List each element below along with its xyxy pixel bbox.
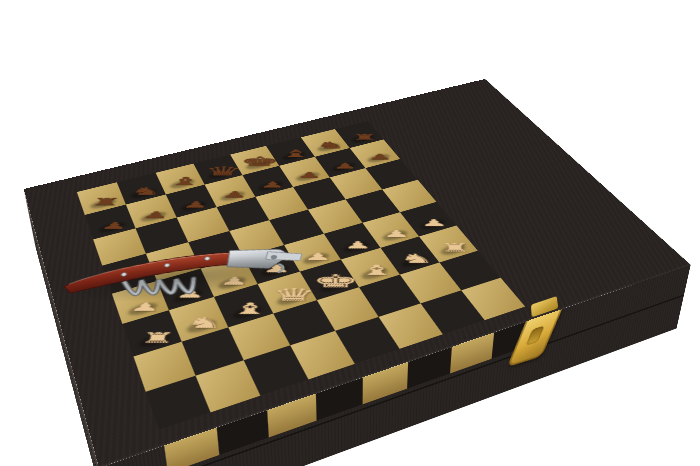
square-f2 (359, 275, 421, 317)
piece-glyph: ♟ (339, 153, 421, 160)
piece-shadow (399, 254, 429, 269)
square-d2 (273, 300, 335, 345)
piece-light-bishop-f3: ♝ (341, 248, 400, 287)
piece-glyph: ♞ (101, 186, 190, 196)
piece-glyph: ♟ (312, 241, 405, 250)
square-f3 (341, 248, 400, 287)
square-g2 (400, 262, 461, 303)
square-c1 (244, 345, 309, 395)
product-photo-scene: ♜♞♝♛♚♝♞♜♟♟♟♟♟♟♟♟♟♟♟♟♟♟♟♟♜♞♝♛♚♝♞♜ (0, 0, 700, 466)
piece-glyph: ♟ (304, 162, 387, 169)
piece-shadow (231, 304, 263, 321)
piece-shadow (318, 278, 349, 294)
piece-glyph: ♟ (151, 201, 240, 209)
square-f1 (379, 303, 443, 349)
piece-glyph: ♟ (110, 211, 201, 220)
piece-glyph: ♝ (329, 264, 425, 277)
piece-glyph: ♟ (267, 172, 351, 180)
square-b2 (182, 327, 244, 375)
piece-glyph: ♜ (408, 242, 502, 253)
square-h1 (461, 278, 525, 321)
square-a1 (146, 376, 211, 430)
square-g1 (421, 290, 485, 334)
piece-glyph: ♟ (230, 181, 316, 189)
square-c2 (228, 314, 290, 361)
piece-shadow (138, 331, 171, 349)
piece-shadow (185, 317, 218, 335)
piece-glyph: ♟ (191, 191, 279, 199)
piece-glyph: ♜ (104, 331, 211, 344)
square-a2 (134, 342, 196, 392)
square-e2 (317, 287, 379, 331)
piece-shadow (341, 240, 370, 254)
square-e1 (335, 317, 400, 364)
square-d1 (290, 331, 355, 380)
piece-light-rook-a3: ♜ (122, 310, 181, 356)
square-b1 (196, 360, 261, 412)
piece-shadow (359, 266, 390, 282)
square-a3 (122, 310, 181, 356)
piece-glyph: ♟ (389, 219, 480, 228)
piece-glyph: ♟ (68, 222, 161, 231)
piece-glyph: ♞ (152, 316, 256, 330)
square-h2 (439, 251, 500, 291)
piece-shadow (438, 242, 468, 257)
piece-glyph: ♟ (351, 230, 443, 239)
piece-glyph: ♞ (369, 253, 464, 265)
